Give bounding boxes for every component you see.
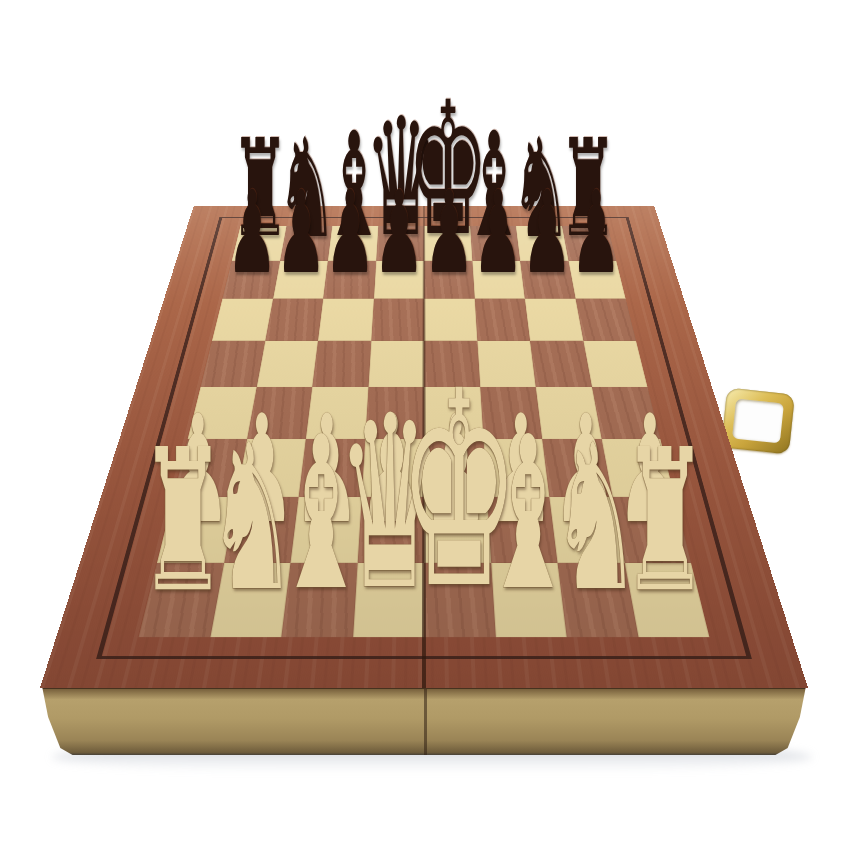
chess-product-scene: ♜♞♝♛♚♝♞♜♟♟♟♟♟♟♟♟♟♟♟♟♟♟♟♟♜♞♝♛♚♝♞♜ <box>0 0 856 856</box>
piece-black-pawn-e7[interactable]: ♟ <box>423 176 474 290</box>
piece-black-pawn-b7[interactable]: ♟ <box>275 176 326 290</box>
piece-black-pawn-g7[interactable]: ♟ <box>521 176 572 290</box>
piece-black-pawn-d7[interactable]: ♟ <box>374 176 425 290</box>
piece-black-pawn-a7[interactable]: ♟ <box>226 176 277 290</box>
pieces-layer: ♜♞♝♛♚♝♞♜♟♟♟♟♟♟♟♟♟♟♟♟♟♟♟♟♜♞♝♛♚♝♞♜ <box>0 0 856 856</box>
piece-black-pawn-c7[interactable]: ♟ <box>325 176 376 290</box>
piece-black-pawn-f7[interactable]: ♟ <box>472 176 523 290</box>
piece-black-pawn-h7[interactable]: ♟ <box>571 176 622 290</box>
piece-white-rook-h1[interactable]: ♜ <box>621 422 709 618</box>
